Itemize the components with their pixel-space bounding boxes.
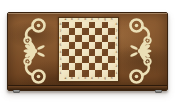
- file-label-a: a: [62, 77, 69, 82]
- rank-label-3: 3: [115, 56, 118, 63]
- square-f4[interactable]: [95, 49, 102, 56]
- square-d1[interactable]: [82, 70, 89, 77]
- square-c6[interactable]: [75, 35, 82, 42]
- square-h5[interactable]: [108, 42, 115, 49]
- square-a4[interactable]: [62, 49, 69, 56]
- square-h6[interactable]: [108, 35, 115, 42]
- square-f6[interactable]: [95, 35, 102, 42]
- square-c2[interactable]: [75, 63, 82, 70]
- square-h8[interactable]: [108, 22, 115, 29]
- square-b3[interactable]: [69, 56, 76, 63]
- square-d7[interactable]: [82, 28, 89, 35]
- square-e2[interactable]: [89, 63, 96, 70]
- hinge-right: [155, 87, 162, 93]
- square-c3[interactable]: [75, 56, 82, 63]
- square-f2[interactable]: [95, 63, 102, 70]
- square-b2[interactable]: [69, 63, 76, 70]
- square-h3[interactable]: [108, 56, 115, 63]
- square-b5[interactable]: [69, 42, 76, 49]
- square-a7[interactable]: [62, 28, 69, 35]
- square-g5[interactable]: [102, 42, 109, 49]
- left-floral-scroll-ornament: [17, 16, 49, 86]
- square-b8[interactable]: [69, 22, 76, 29]
- square-f7[interactable]: [95, 28, 102, 35]
- square-f1[interactable]: [95, 70, 102, 77]
- file-label-e: e: [89, 77, 96, 82]
- file-label-d: d: [82, 77, 89, 82]
- file-label-c: c: [75, 77, 82, 82]
- square-a2[interactable]: [62, 63, 69, 70]
- square-d2[interactable]: [82, 63, 89, 70]
- square-e1[interactable]: [89, 70, 96, 77]
- square-e5[interactable]: [89, 42, 96, 49]
- product-photo: abcdefgh8877665544332211abcdefgh: [0, 0, 175, 105]
- square-h2[interactable]: [108, 63, 115, 70]
- square-d4[interactable]: [82, 49, 89, 56]
- rank-label-6: 6: [115, 35, 118, 42]
- rank-label-4: 4: [115, 49, 118, 56]
- file-label-f: f: [95, 77, 102, 82]
- square-b7[interactable]: [69, 28, 76, 35]
- square-c7[interactable]: [75, 28, 82, 35]
- square-g3[interactable]: [102, 56, 109, 63]
- rank-label-7: 7: [115, 28, 118, 35]
- square-d3[interactable]: [82, 56, 89, 63]
- square-a3[interactable]: [62, 56, 69, 63]
- square-g1[interactable]: [102, 70, 109, 77]
- square-c4[interactable]: [75, 49, 82, 56]
- right-floral-scroll-ornament: [126, 16, 158, 86]
- square-e6[interactable]: [89, 35, 96, 42]
- square-c5[interactable]: [75, 42, 82, 49]
- square-b4[interactable]: [69, 49, 76, 56]
- square-g2[interactable]: [102, 63, 109, 70]
- file-label-g: g: [102, 77, 109, 82]
- board-corner: [115, 77, 118, 82]
- rank-label-5: 5: [115, 42, 118, 49]
- square-b1[interactable]: [69, 70, 76, 77]
- rank-label-8: 8: [115, 22, 118, 29]
- file-label-h: h: [108, 77, 115, 82]
- square-a5[interactable]: [62, 42, 69, 49]
- square-a1[interactable]: [62, 70, 69, 77]
- rank-label-1: 1: [115, 70, 118, 77]
- square-d5[interactable]: [82, 42, 89, 49]
- hinge-left: [13, 87, 20, 93]
- square-e4[interactable]: [89, 49, 96, 56]
- square-f5[interactable]: [95, 42, 102, 49]
- square-f3[interactable]: [95, 56, 102, 63]
- square-c8[interactable]: [75, 22, 82, 29]
- rank-label-2: 2: [115, 63, 118, 70]
- square-h4[interactable]: [108, 49, 115, 56]
- square-d8[interactable]: [82, 22, 89, 29]
- square-c1[interactable]: [75, 70, 82, 77]
- square-e3[interactable]: [89, 56, 96, 63]
- square-e7[interactable]: [89, 28, 96, 35]
- chess-grid: abcdefgh8877665544332211abcdefgh: [58, 17, 119, 82]
- file-label-b: b: [69, 77, 76, 82]
- square-a6[interactable]: [62, 35, 69, 42]
- square-a8[interactable]: [62, 22, 69, 29]
- square-b6[interactable]: [69, 35, 76, 42]
- backgammon-case: abcdefgh8877665544332211abcdefgh: [7, 12, 168, 91]
- square-h1[interactable]: [108, 70, 115, 77]
- square-g4[interactable]: [102, 49, 109, 56]
- square-g7[interactable]: [102, 28, 109, 35]
- square-e8[interactable]: [89, 22, 96, 29]
- square-f8[interactable]: [95, 22, 102, 29]
- square-h7[interactable]: [108, 28, 115, 35]
- square-g6[interactable]: [102, 35, 109, 42]
- square-g8[interactable]: [102, 22, 109, 29]
- square-d6[interactable]: [82, 35, 89, 42]
